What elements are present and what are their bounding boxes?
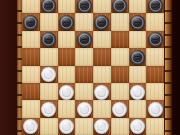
piece-white[interactable]: ⛂ [94,85,109,100]
square-r2c2 [40,13,58,30]
square-r8c8 [146,118,164,135]
piece-white[interactable]: ⛂ [59,85,74,100]
square-r4c7[interactable]: ⛂ [129,48,147,65]
square-r5c6[interactable] [111,66,129,83]
square-r1c7 [129,0,147,13]
square-r2c3[interactable]: ⛂ [58,13,76,30]
square-r5c2[interactable]: ⛂ [40,66,58,83]
square-r2c1[interactable]: ⛂ [22,13,40,30]
square-r1c8[interactable]: ⛂ [146,0,164,13]
square-r4c5[interactable] [93,48,111,65]
board-frame-right-rail [164,0,172,135]
square-r3c7 [129,31,147,48]
piece-black[interactable]: ⛂ [112,0,127,13]
square-r7c7 [129,100,147,117]
square-r1c3 [58,0,76,13]
piece-white[interactable]: ⛂ [130,119,145,134]
piece-black[interactable]: ⛂ [130,50,145,65]
square-r2c6 [111,13,129,30]
square-r8c3[interactable]: ⛂ [58,118,76,135]
piece-white[interactable]: ⛂ [41,67,56,82]
square-r6c7[interactable]: ⛂ [129,83,147,100]
app-background: ⛂⛂⛂⛂⛂⛂⛂⛂⛂⛂⛂⛂⛂⛂⛂⛂⛂⛂⛂⛂⛂⛂⛂⛂ [0,0,180,135]
square-r8c2 [40,118,58,135]
square-r1c1 [22,0,40,13]
piece-black[interactable]: ⛂ [41,32,56,47]
square-r8c4 [75,118,93,135]
square-r4c3[interactable] [58,48,76,65]
square-r8c1[interactable]: ⛂ [22,118,40,135]
square-r7c6[interactable]: ⛂ [111,100,129,117]
square-r3c6[interactable] [111,31,129,48]
square-r6c4 [75,83,93,100]
square-r6c2 [40,83,58,100]
square-r8c5[interactable]: ⛂ [93,118,111,135]
square-r1c5 [93,0,111,13]
square-r5c1 [22,66,40,83]
piece-white[interactable]: ⛂ [23,119,38,134]
square-r3c1 [22,31,40,48]
square-r1c6[interactable]: ⛂ [111,0,129,13]
square-r7c2[interactable]: ⛂ [40,100,58,117]
square-r8c7[interactable]: ⛂ [129,118,147,135]
piece-white[interactable]: ⛂ [41,102,56,117]
square-r3c8[interactable]: ⛂ [146,31,164,48]
piece-white[interactable]: ⛂ [130,85,145,100]
square-r3c4[interactable]: ⛂ [75,31,93,48]
piece-white[interactable]: ⛂ [94,119,109,134]
square-r2c4 [75,13,93,30]
piece-white[interactable]: ⛂ [59,119,74,134]
square-r4c4 [75,48,93,65]
square-r2c8 [146,13,164,30]
piece-black[interactable]: ⛂ [23,15,38,30]
square-r1c4[interactable]: ⛂ [75,0,93,13]
piece-white[interactable]: ⛂ [77,102,92,117]
piece-black[interactable]: ⛂ [59,15,74,30]
square-r3c2[interactable]: ⛂ [40,31,58,48]
piece-white[interactable]: ⛂ [148,102,163,117]
square-r6c5[interactable]: ⛂ [93,83,111,100]
square-r5c7 [129,66,147,83]
piece-white[interactable]: ⛂ [112,102,127,117]
checkers-board: ⛂⛂⛂⛂⛂⛂⛂⛂⛂⛂⛂⛂⛂⛂⛂⛂⛂⛂⛂⛂⛂⛂⛂⛂ [22,0,164,135]
square-r5c8[interactable] [146,66,164,83]
piece-black[interactable]: ⛂ [130,15,145,30]
piece-black[interactable]: ⛂ [41,0,56,13]
square-r6c3[interactable]: ⛂ [58,83,76,100]
square-r4c6 [111,48,129,65]
square-r3c5 [93,31,111,48]
square-r7c5 [93,100,111,117]
square-r1c2[interactable]: ⛂ [40,0,58,13]
piece-black[interactable]: ⛂ [148,32,163,47]
square-r7c1 [22,100,40,117]
square-r6c8 [146,83,164,100]
square-r4c1[interactable] [22,48,40,65]
square-r6c1[interactable] [22,83,40,100]
piece-black[interactable]: ⛂ [77,32,92,47]
square-r2c5[interactable]: ⛂ [93,13,111,30]
square-r3c3 [58,31,76,48]
piece-black[interactable]: ⛂ [148,0,163,13]
square-r8c6 [111,118,129,135]
square-r5c4[interactable] [75,66,93,83]
square-r7c8[interactable]: ⛂ [146,100,164,117]
square-r4c2 [40,48,58,65]
piece-black[interactable]: ⛂ [94,15,109,30]
square-r5c5 [93,66,111,83]
square-r2c7[interactable]: ⛂ [129,13,147,30]
square-r7c4[interactable]: ⛂ [75,100,93,117]
square-r4c8 [146,48,164,65]
square-r6c6 [111,83,129,100]
square-r7c3 [58,100,76,117]
piece-black[interactable]: ⛂ [77,0,92,13]
square-r5c3 [58,66,76,83]
